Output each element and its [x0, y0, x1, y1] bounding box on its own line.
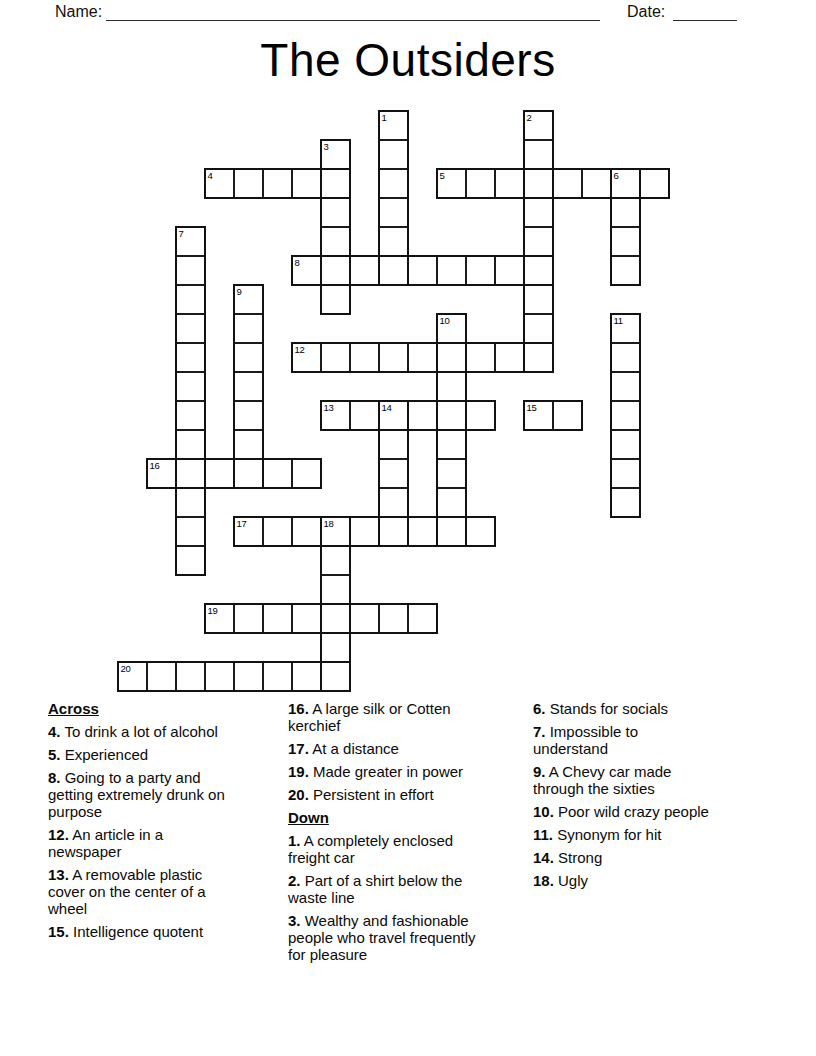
clue-text: A removable plastic cover on the center …: [48, 866, 206, 917]
clue-number-label: 8.: [48, 769, 61, 786]
clue-text: Going to a party and getting extremely d…: [48, 769, 225, 820]
down-entry-outline-1: [378, 110, 410, 287]
clue-text: A completely enclosed freight car: [288, 832, 453, 866]
clue-3-down: 3. Wealthy and fashionable people who tr…: [288, 912, 520, 963]
clue-number-13: 13: [324, 403, 334, 413]
across-entry-outline-12: [291, 342, 555, 374]
clue-text: Ugly: [554, 872, 588, 889]
clue-number-4: 4: [208, 171, 213, 181]
down-entry-outline-3: [320, 139, 352, 316]
clue-number-7: 7: [179, 229, 184, 239]
clue-column-left: Across4. To drink a lot of alcohol5. Exp…: [48, 700, 280, 946]
puzzle-title: The Outsiders: [0, 33, 816, 87]
clue-text: Wealthy and fashionable people who trave…: [288, 912, 476, 963]
clue-number-9: 9: [237, 287, 242, 297]
crossword-grid: 1234567891011121314151617181920: [118, 111, 669, 691]
clue-number-label: 17.: [288, 740, 309, 757]
name-blank-line: [106, 20, 600, 21]
clue-7-down: 7. Impossible to understand: [533, 723, 765, 757]
clue-2-down: 2. Part of a shirt below the waste line: [288, 872, 520, 906]
clue-column-middle: 16. A large silk or Cotten kerchief17. A…: [288, 700, 520, 969]
clue-17-across: 17. At a distance: [288, 740, 520, 757]
clue-19-across: 19. Made greater in power: [288, 763, 520, 780]
down-entry-outline-18: [320, 516, 352, 693]
clue-text: Intelligence quotent: [69, 923, 203, 940]
clue-text: A large silk or Cotten kerchief: [288, 700, 451, 734]
clue-text: Poor wild crazy people: [554, 803, 709, 820]
clue-number-label: 16.: [288, 700, 309, 717]
clue-number-3: 3: [324, 142, 329, 152]
clue-number-label: 9.: [533, 763, 546, 780]
clue-number-18: 18: [324, 519, 334, 529]
clue-number-label: 12.: [48, 826, 69, 843]
clue-number-label: 18.: [533, 872, 554, 889]
clue-number-10: 10: [440, 316, 450, 326]
clue-number-label: 3.: [288, 912, 301, 929]
clue-number-label: 4.: [48, 723, 61, 740]
clue-number-label: 1.: [288, 832, 301, 849]
clue-number-label: 10.: [533, 803, 554, 820]
clue-9-down: 9. A Chevy car made through the sixties: [533, 763, 765, 797]
clue-10-down: 10. Poor wild crazy people: [533, 803, 765, 820]
clue-text: To drink a lot of alcohol: [61, 723, 218, 740]
clue-number-14: 14: [382, 403, 392, 413]
clue-text: Impossible to understand: [533, 723, 638, 757]
clue-number-label: 19.: [288, 763, 309, 780]
clue-20-across: 20. Persistent in effort: [288, 786, 520, 803]
clue-number-label: 15.: [48, 923, 69, 940]
clue-16-across: 16. A large silk or Cotten kerchief: [288, 700, 520, 734]
clue-number-label: 20.: [288, 786, 309, 803]
down-entry-outline-7: [175, 226, 207, 577]
clue-number-2: 2: [527, 113, 532, 123]
clue-number-label: 6.: [533, 700, 546, 717]
clue-number-label: 14.: [533, 849, 554, 866]
clue-number-8: 8: [295, 258, 300, 268]
clue-column-right: 6. Stands for socials7. Impossible to un…: [533, 700, 765, 895]
clue-text: Synonym for hit: [553, 826, 661, 843]
down-entry-outline-2: [523, 110, 555, 374]
clue-number-11: 11: [614, 316, 623, 326]
clue-18-down: 18. Ugly: [533, 872, 765, 889]
clue-number-5: 5: [440, 171, 445, 181]
clue-1-down: 1. A completely enclosed freight car: [288, 832, 520, 866]
clue-number-label: 2.: [288, 872, 301, 889]
clue-number-16: 16: [150, 461, 160, 471]
date-label: Date:: [627, 3, 665, 21]
down-entry-outline-9: [233, 284, 265, 490]
clue-text: A Chevy car made through the sixties: [533, 763, 671, 797]
clue-number-17: 17: [237, 519, 247, 529]
clue-text: Persistent in effort: [309, 786, 434, 803]
clue-text: Strong: [554, 849, 602, 866]
clue-text: At a distance: [309, 740, 399, 757]
clue-14-down: 14. Strong: [533, 849, 765, 866]
clue-8-across: 8. Going to a party and getting extremel…: [48, 769, 280, 820]
clue-number-label: 5.: [48, 746, 61, 763]
clue-13-across: 13. A removable plastic cover on the cen…: [48, 866, 280, 917]
clue-number-label: 7.: [533, 723, 546, 740]
down-entry-outline-14: [378, 400, 410, 548]
clue-11-down: 11. Synonym for hit: [533, 826, 765, 843]
clue-15-across: 15. Intelligence quotent: [48, 923, 280, 940]
clue-text: Experienced: [61, 746, 149, 763]
clue-number-1: 1: [382, 113, 387, 123]
clue-number-19: 19: [208, 606, 218, 616]
across-entry-outline-20: [117, 661, 352, 693]
clue-number-label: 13.: [48, 866, 69, 883]
date-blank-line: [673, 20, 737, 21]
down-header: Down: [288, 809, 520, 826]
name-label: Name:: [55, 3, 102, 21]
clue-number-15: 15: [527, 403, 537, 413]
clue-number-label: 11.: [533, 826, 553, 843]
clue-text: Stands for socials: [546, 700, 669, 717]
clue-5-across: 5. Experienced: [48, 746, 280, 763]
across-header: Across: [48, 700, 280, 717]
clue-text: Made greater in power: [309, 763, 463, 780]
clue-number-6: 6: [614, 171, 619, 181]
clue-12-across: 12. An article in a newspaper: [48, 826, 280, 860]
clue-6-down: 6. Stands for socials: [533, 700, 765, 717]
down-entry-outline-6: [610, 168, 642, 287]
clue-4-across: 4. To drink a lot of alcohol: [48, 723, 280, 740]
clue-text: Part of a shirt below the waste line: [288, 872, 462, 906]
down-entry-outline-10: [436, 313, 468, 548]
clue-number-12: 12: [295, 345, 305, 355]
clue-number-20: 20: [121, 664, 131, 674]
down-entry-outline-11: [610, 313, 642, 519]
